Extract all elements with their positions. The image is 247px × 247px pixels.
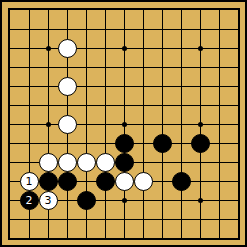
grid-line-vertical <box>162 10 163 238</box>
stone-white <box>115 172 134 191</box>
stone-white <box>77 153 96 172</box>
star-point <box>46 46 51 51</box>
stone-white: 3 <box>39 191 58 210</box>
stone-white: 1 <box>20 172 39 191</box>
grid-line-horizontal <box>10 219 238 220</box>
stone-black <box>96 172 115 191</box>
grid-line-vertical <box>219 10 220 238</box>
stone-black <box>58 172 77 191</box>
grid-line-vertical <box>181 10 182 238</box>
go-board: 123 <box>0 0 247 247</box>
star-point <box>198 46 203 51</box>
stone-black <box>115 153 134 172</box>
star-point <box>122 198 127 203</box>
stone-black <box>191 134 210 153</box>
stone-black <box>39 172 58 191</box>
star-point <box>122 122 127 127</box>
stone-black <box>77 191 96 210</box>
star-point <box>198 198 203 203</box>
move-number-label: 2 <box>26 195 33 206</box>
stone-black: 2 <box>20 191 39 210</box>
grid-line-vertical <box>143 10 144 238</box>
stone-white <box>58 115 77 134</box>
stone-white <box>58 77 77 96</box>
star-point <box>198 122 203 127</box>
stone-black <box>115 134 134 153</box>
stone-black <box>153 134 172 153</box>
move-number-label: 1 <box>26 176 33 187</box>
star-point <box>122 46 127 51</box>
stone-white <box>58 39 77 58</box>
stone-black <box>172 172 191 191</box>
move-number-label: 3 <box>45 195 52 206</box>
stone-white <box>58 153 77 172</box>
star-point <box>46 122 51 127</box>
stone-white <box>134 172 153 191</box>
stone-white <box>96 153 115 172</box>
stone-white <box>39 153 58 172</box>
